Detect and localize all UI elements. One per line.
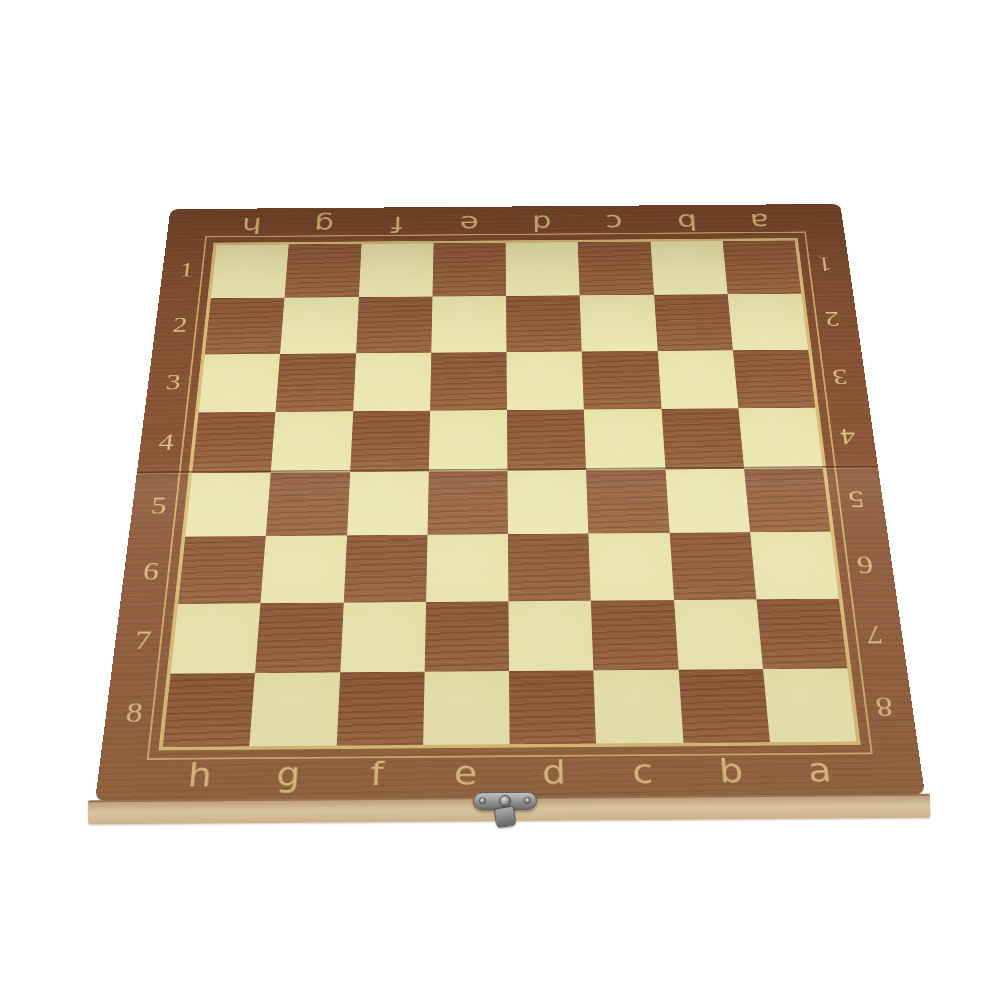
square-b8 — [678, 669, 769, 743]
rank-label-left-2: 2 — [152, 297, 208, 354]
square-f1 — [358, 243, 433, 297]
square-f5 — [347, 471, 429, 535]
square-b1 — [650, 241, 727, 295]
square-g7 — [255, 602, 343, 673]
file-label-bottom-h: h — [153, 750, 246, 801]
file-label-bottom-g: g — [242, 749, 334, 800]
square-g5 — [266, 472, 350, 536]
square-d5 — [507, 470, 588, 534]
square-f7 — [340, 602, 426, 673]
rank-label-right-5: 5 — [826, 468, 887, 533]
square-g8 — [249, 672, 339, 746]
rank-label-right-7: 7 — [843, 599, 907, 670]
rank-label-left-6: 6 — [120, 538, 182, 606]
file-label-top-e: e — [433, 207, 506, 241]
square-c5 — [586, 469, 669, 533]
square-e5 — [427, 471, 508, 535]
square-a8 — [763, 668, 857, 742]
clasp-screw-right — [524, 797, 531, 804]
square-a1 — [722, 240, 801, 294]
file-label-bottom-c: c — [597, 746, 688, 797]
square-e3 — [430, 352, 507, 411]
square-c4 — [584, 409, 665, 470]
rank-label-left-5: 5 — [129, 473, 189, 538]
rank-label-right-6: 6 — [834, 532, 897, 600]
square-c3 — [582, 351, 661, 410]
squares-grid — [163, 240, 857, 746]
square-d1 — [506, 242, 580, 296]
square-d3 — [506, 351, 584, 410]
square-h8 — [163, 673, 255, 747]
file-label-bottom-d: d — [510, 747, 600, 798]
square-a6 — [750, 532, 839, 599]
square-e4 — [429, 410, 508, 471]
square-e6 — [426, 534, 509, 601]
chessboard: hgfedcba hgfedcba 12345678 12345678 — [95, 204, 925, 801]
square-a7 — [756, 598, 847, 668]
square-c6 — [589, 533, 674, 600]
rank-label-left-4: 4 — [137, 412, 195, 474]
square-c8 — [594, 670, 683, 744]
file-label-top-g: g — [287, 208, 362, 242]
square-b5 — [665, 469, 750, 533]
rank-label-right-3: 3 — [811, 348, 869, 407]
square-e2 — [431, 296, 506, 352]
square-e1 — [432, 243, 506, 297]
square-f3 — [353, 352, 431, 411]
rank-label-left-1: 1 — [159, 243, 213, 297]
rank-label-right-1: 1 — [798, 238, 853, 292]
square-h5 — [185, 473, 271, 537]
square-c7 — [591, 600, 678, 671]
square-h4 — [192, 412, 276, 473]
file-label-top-d: d — [505, 206, 578, 240]
square-b7 — [674, 599, 763, 670]
square-d2 — [506, 296, 582, 352]
square-c2 — [580, 295, 657, 351]
square-a5 — [744, 468, 831, 532]
square-f4 — [350, 411, 430, 472]
clasp-knob — [494, 806, 517, 829]
square-g1 — [285, 244, 361, 298]
rank-label-right-8: 8 — [851, 670, 917, 745]
square-e8 — [423, 671, 510, 745]
clasp-screw-left — [479, 797, 486, 804]
square-b3 — [657, 350, 738, 409]
file-label-top-b: b — [649, 205, 724, 239]
file-label-bottom-f: f — [332, 748, 422, 799]
square-a3 — [733, 349, 816, 408]
rank-label-left-3: 3 — [145, 353, 202, 412]
square-b2 — [654, 294, 733, 350]
square-e7 — [424, 601, 509, 672]
square-b6 — [669, 532, 756, 599]
square-g4 — [271, 411, 353, 472]
rank-label-right-2: 2 — [804, 292, 861, 349]
square-h6 — [178, 536, 266, 603]
file-label-bottom-a: a — [773, 745, 867, 796]
file-label-top-h: h — [214, 208, 290, 242]
file-label-bottom-e: e — [421, 748, 510, 799]
board-perspective-wrap: hgfedcba hgfedcba 12345678 12345678 — [88, 0, 924, 801]
square-d8 — [509, 670, 596, 744]
square-a4 — [738, 407, 823, 468]
square-c1 — [578, 242, 654, 296]
square-g3 — [276, 353, 356, 412]
file-labels-top: hgfedcba — [214, 204, 798, 242]
square-d4 — [507, 409, 586, 470]
file-label-top-a: a — [721, 204, 797, 238]
rank-label-left-8: 8 — [101, 676, 166, 751]
file-label-top-c: c — [577, 205, 651, 239]
square-f8 — [336, 672, 424, 746]
square-h2 — [205, 298, 285, 354]
clasp-latch — [473, 792, 537, 841]
rank-label-right-4: 4 — [819, 406, 878, 468]
square-h3 — [199, 354, 281, 413]
camera-tilt-wrap: hgfedcba hgfedcba 12345678 12345678 — [0, 0, 1000, 1000]
square-g6 — [261, 536, 347, 603]
file-label-top-f: f — [360, 207, 434, 241]
rank-label-left-7: 7 — [111, 605, 174, 676]
product-photo-scene: hgfedcba hgfedcba 12345678 12345678 — [0, 0, 1000, 1000]
square-h7 — [171, 603, 261, 674]
square-a2 — [727, 294, 808, 350]
file-label-bottom-b: b — [685, 746, 778, 797]
square-f6 — [343, 535, 427, 602]
square-h1 — [211, 244, 289, 298]
square-g2 — [280, 297, 358, 353]
square-d7 — [508, 600, 593, 671]
square-f2 — [356, 297, 433, 353]
square-b4 — [661, 408, 744, 469]
playfield — [158, 238, 860, 750]
square-d6 — [508, 534, 591, 601]
